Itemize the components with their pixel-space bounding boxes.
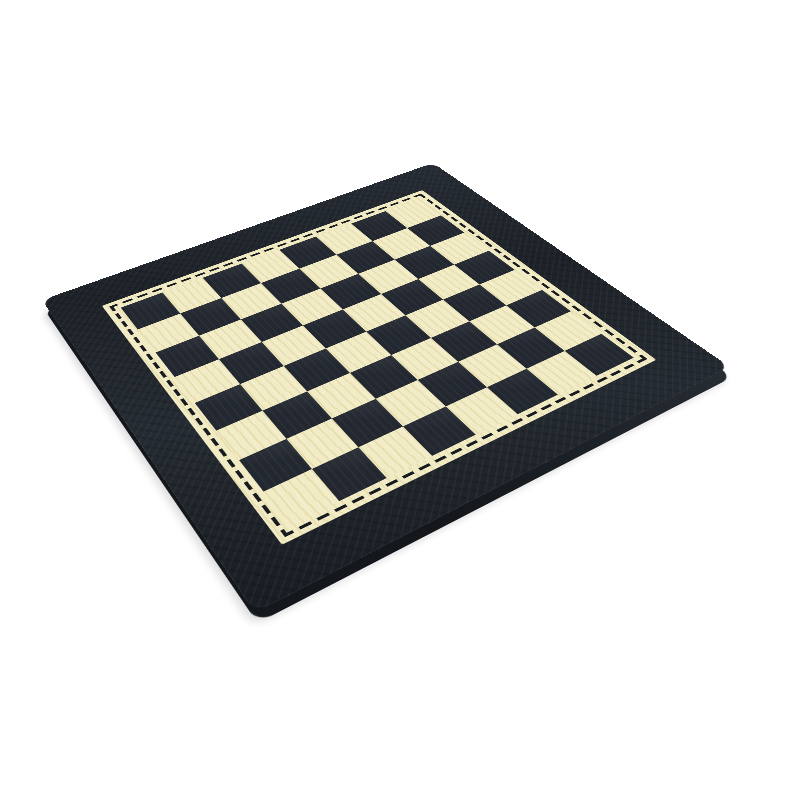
- board-grid: [121, 199, 634, 525]
- product-photo-stage: [0, 0, 800, 800]
